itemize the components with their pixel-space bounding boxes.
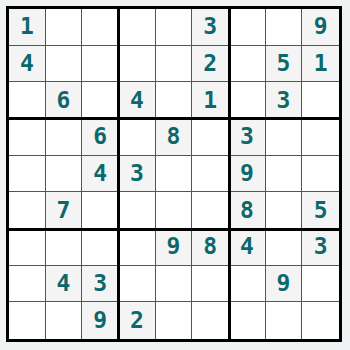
cell-r5c8[interactable] [266,156,303,193]
cell-r8c6[interactable] [192,266,229,303]
cell-r5c2[interactable] [46,156,83,193]
cell-r2c5[interactable] [156,46,193,83]
cell-r4c3[interactable]: 6 [82,119,119,156]
cell-r6c2[interactable]: 7 [46,192,83,229]
cell-r9c8[interactable] [266,302,303,339]
cell-r7c7[interactable]: 4 [229,229,266,266]
cell-r6c1[interactable] [9,192,46,229]
cell-r6c5[interactable] [156,192,193,229]
cell-r8c3[interactable]: 3 [82,266,119,303]
sudoku-board: 13942516413683439785984343992 [6,6,342,342]
cell-r9c6[interactable] [192,302,229,339]
cell-r7c4[interactable] [119,229,156,266]
cell-r5c3[interactable]: 4 [82,156,119,193]
cell-r6c7[interactable]: 8 [229,192,266,229]
cell-r5c4[interactable]: 3 [119,156,156,193]
cell-r7c2[interactable] [46,229,83,266]
cell-r3c3[interactable] [82,82,119,119]
cell-r1c7[interactable] [229,9,266,46]
box-divider-horizontal-1 [9,117,339,120]
cell-r7c8[interactable] [266,229,303,266]
cell-r1c6[interactable]: 3 [192,9,229,46]
cell-r1c3[interactable] [82,9,119,46]
cell-r3c9[interactable] [302,82,339,119]
cell-r4c5[interactable]: 8 [156,119,193,156]
cell-r3c1[interactable] [9,82,46,119]
cell-r4c6[interactable] [192,119,229,156]
cell-r4c4[interactable] [119,119,156,156]
cell-r3c2[interactable]: 6 [46,82,83,119]
cell-r1c1[interactable]: 1 [9,9,46,46]
cell-r4c9[interactable] [302,119,339,156]
cell-r6c4[interactable] [119,192,156,229]
cell-r9c4[interactable]: 2 [119,302,156,339]
box-divider-vertical-1 [117,9,120,339]
cell-r5c1[interactable] [9,156,46,193]
cell-r1c2[interactable] [46,9,83,46]
cell-r2c7[interactable] [229,46,266,83]
cell-r9c9[interactable] [302,302,339,339]
cell-r2c2[interactable] [46,46,83,83]
cell-r4c2[interactable] [46,119,83,156]
sudoku-page: 13942516413683439785984343992 [0,0,350,350]
cell-r8c2[interactable]: 4 [46,266,83,303]
cell-r8c8[interactable]: 9 [266,266,303,303]
cell-r3c4[interactable]: 4 [119,82,156,119]
cell-r6c3[interactable] [82,192,119,229]
cell-r7c3[interactable] [82,229,119,266]
cell-r8c9[interactable] [302,266,339,303]
sudoku-grid: 13942516413683439785984343992 [9,9,339,339]
cell-r9c3[interactable]: 9 [82,302,119,339]
cell-r7c6[interactable]: 8 [192,229,229,266]
cell-r7c1[interactable] [9,229,46,266]
cell-r2c3[interactable] [82,46,119,83]
cell-r4c7[interactable]: 3 [229,119,266,156]
cell-r4c8[interactable] [266,119,303,156]
cell-r2c9[interactable]: 1 [302,46,339,83]
cell-r8c4[interactable] [119,266,156,303]
cell-r5c5[interactable] [156,156,193,193]
cell-r8c5[interactable] [156,266,193,303]
cell-r3c5[interactable] [156,82,193,119]
cell-r3c8[interactable]: 3 [266,82,303,119]
cell-r9c5[interactable] [156,302,193,339]
cell-r4c1[interactable] [9,119,46,156]
cell-r5c6[interactable] [192,156,229,193]
cell-r6c6[interactable] [192,192,229,229]
box-divider-horizontal-2 [9,228,339,231]
cell-r2c6[interactable]: 2 [192,46,229,83]
cell-r2c1[interactable]: 4 [9,46,46,83]
cell-r1c9[interactable]: 9 [302,9,339,46]
cell-r6c9[interactable]: 5 [302,192,339,229]
cell-r8c1[interactable] [9,266,46,303]
cell-r1c8[interactable] [266,9,303,46]
cell-r3c6[interactable]: 1 [192,82,229,119]
cell-r8c7[interactable] [229,266,266,303]
cell-r5c7[interactable]: 9 [229,156,266,193]
cell-r7c9[interactable]: 3 [302,229,339,266]
box-divider-vertical-2 [228,9,231,339]
cell-r9c1[interactable] [9,302,46,339]
cell-r2c8[interactable]: 5 [266,46,303,83]
cell-r7c5[interactable]: 9 [156,229,193,266]
cell-r2c4[interactable] [119,46,156,83]
cell-r9c2[interactable] [46,302,83,339]
cell-r1c4[interactable] [119,9,156,46]
cell-r5c9[interactable] [302,156,339,193]
cell-r9c7[interactable] [229,302,266,339]
cell-r1c5[interactable] [156,9,193,46]
cell-r3c7[interactable] [229,82,266,119]
cell-r6c8[interactable] [266,192,303,229]
